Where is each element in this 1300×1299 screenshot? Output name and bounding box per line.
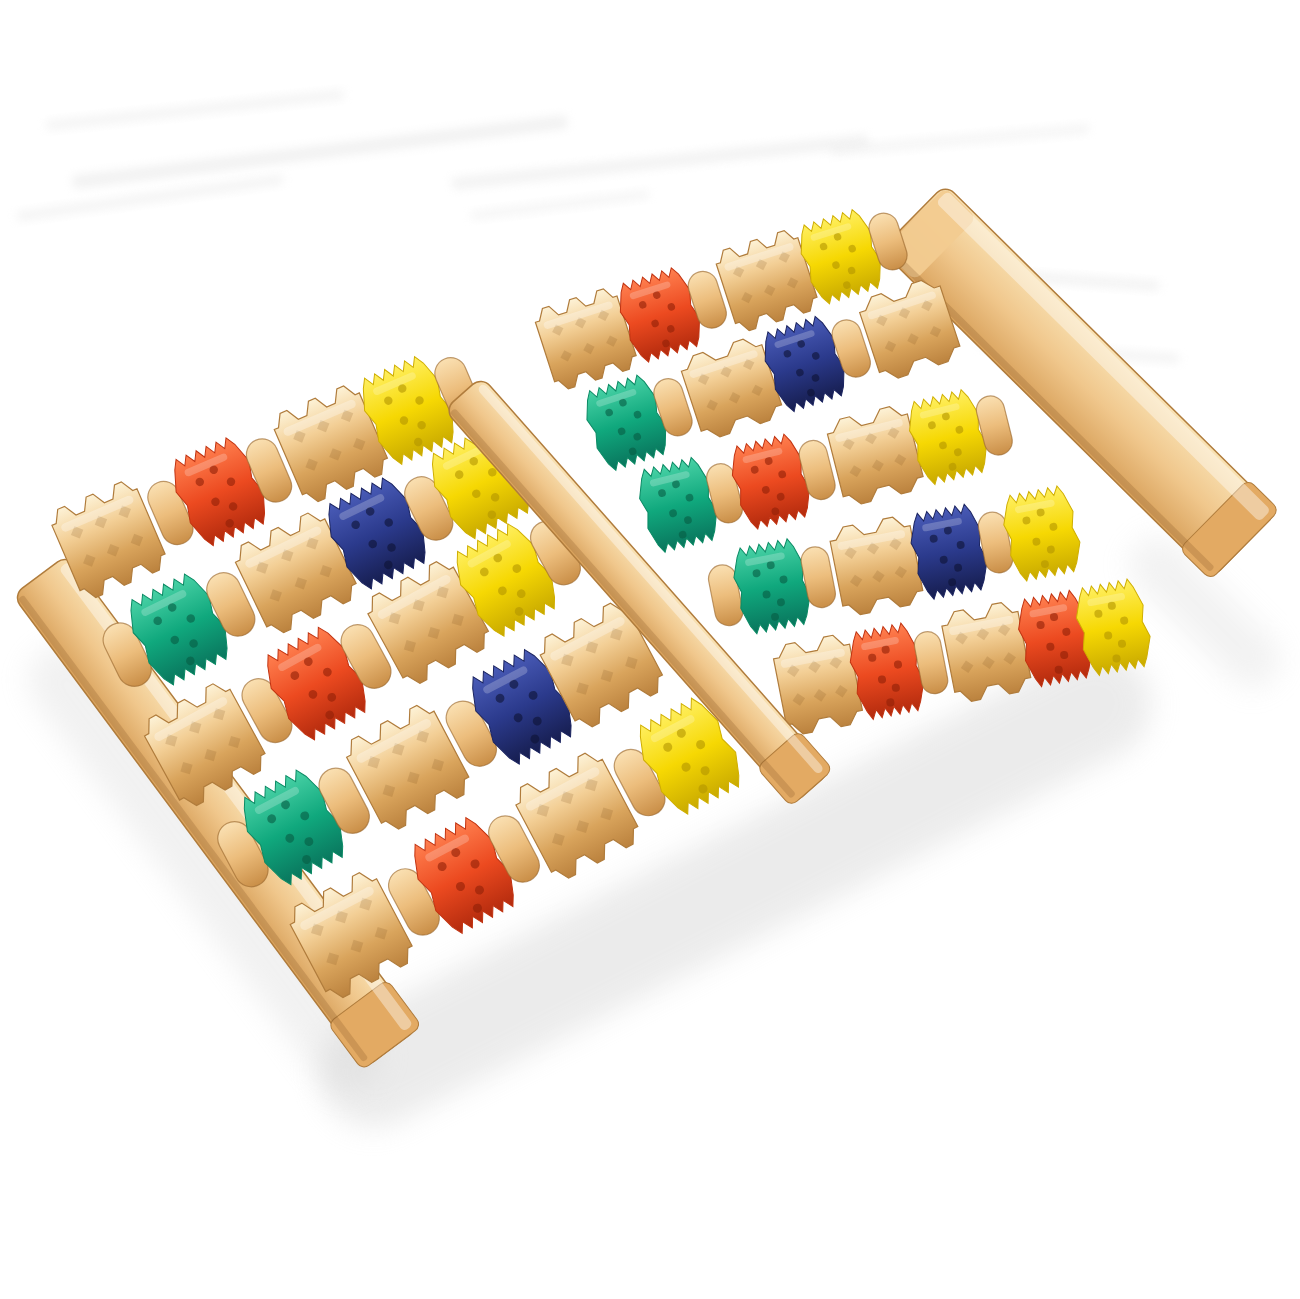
foot-massage-roller-photo bbox=[0, 0, 1300, 1299]
product-photo-canvas bbox=[0, 0, 1300, 1299]
wood-ridged-segment bbox=[940, 600, 1033, 704]
